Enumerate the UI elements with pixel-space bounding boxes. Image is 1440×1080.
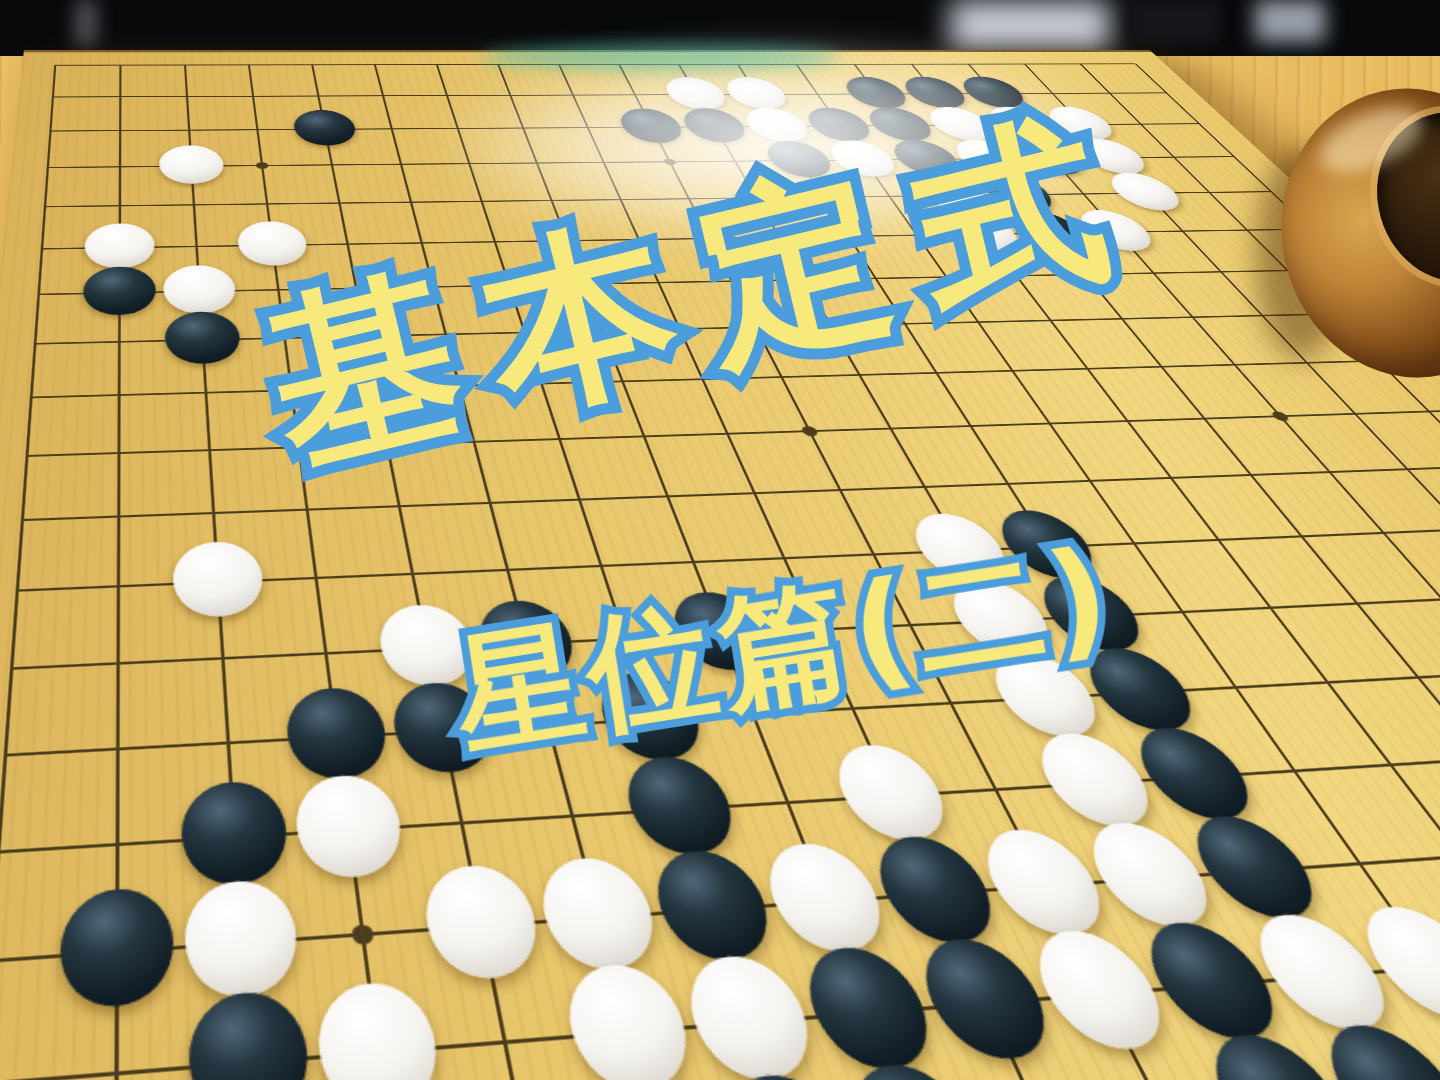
chair-leg-blur [78, 0, 94, 46]
scene: 基本定式 基本定式 星位篇(二) 星位篇(二) [0, 0, 1440, 1080]
stone-bowl [1282, 88, 1440, 378]
shadow-blur [1130, 0, 1220, 44]
chair-blur [1255, 0, 1325, 42]
window-light-blur [950, 0, 1110, 52]
glare-teal-edge [480, 44, 840, 70]
